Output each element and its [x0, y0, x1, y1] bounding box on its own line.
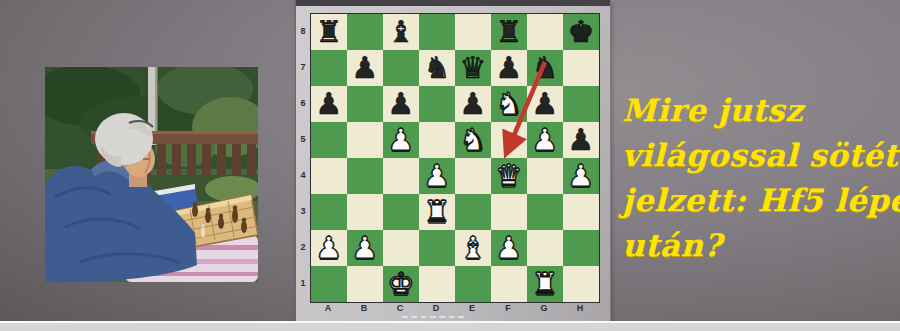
- square-c6: ♟: [383, 86, 419, 122]
- file-labels: ABCDEFGH: [310, 303, 600, 313]
- square-a4: [311, 158, 347, 194]
- file-label: E: [454, 303, 490, 313]
- black-rook: ♜: [491, 14, 527, 50]
- square-e3: [455, 194, 491, 230]
- square-g7: ♞: [527, 50, 563, 86]
- square-d4: ♟: [419, 158, 455, 194]
- white-pawn: ♟: [491, 230, 527, 266]
- white-bishop: ♝: [455, 230, 491, 266]
- square-c4: [383, 158, 419, 194]
- black-pawn: ♟: [311, 86, 347, 122]
- white-pawn: ♟: [563, 158, 599, 194]
- square-d2: [419, 230, 455, 266]
- rank-label: 6: [297, 85, 309, 121]
- square-f8: ♜: [491, 14, 527, 50]
- square-e8: [455, 14, 491, 50]
- rank-label: 7: [297, 49, 309, 85]
- black-pawn: ♟: [347, 50, 383, 86]
- file-label: B: [346, 303, 382, 313]
- black-pawn: ♟: [383, 86, 419, 122]
- black-knight: ♞: [527, 50, 563, 86]
- square-d1: [419, 266, 455, 302]
- square-b8: [347, 14, 383, 50]
- bottom-strip: [0, 321, 900, 331]
- square-e1: [455, 266, 491, 302]
- white-pawn: ♟: [347, 230, 383, 266]
- square-b6: [347, 86, 383, 122]
- square-c2: [383, 230, 419, 266]
- square-g3: [527, 194, 563, 230]
- square-a6: ♟: [311, 86, 347, 122]
- white-pawn: ♟: [527, 122, 563, 158]
- square-c7: [383, 50, 419, 86]
- square-b3: [347, 194, 383, 230]
- question-line: világossal sötét: [622, 133, 897, 178]
- black-rook: ♜: [311, 14, 347, 50]
- square-h4: ♟: [563, 158, 599, 194]
- white-rook: ♜: [527, 266, 563, 302]
- question-line: jelzett: Hf5 lépése: [622, 178, 897, 223]
- square-d3: ♜: [419, 194, 455, 230]
- square-h7: [563, 50, 599, 86]
- photo-chess-player: [45, 67, 258, 282]
- question-line: Mire jutsz: [622, 88, 897, 133]
- black-queen: ♛: [455, 50, 491, 86]
- file-label: D: [418, 303, 454, 313]
- square-a7: [311, 50, 347, 86]
- square-d8: [419, 14, 455, 50]
- square-g6: ♟: [527, 86, 563, 122]
- square-c3: [383, 194, 419, 230]
- square-d6: [419, 86, 455, 122]
- photo-scene: [45, 67, 258, 282]
- square-e7: ♛: [455, 50, 491, 86]
- rank-label: 2: [297, 229, 309, 265]
- square-g1: ♜: [527, 266, 563, 302]
- square-e5: ♞: [455, 122, 491, 158]
- square-h2: [563, 230, 599, 266]
- black-pawn: ♟: [563, 122, 599, 158]
- rank-label: 4: [297, 157, 309, 193]
- black-king: ♚: [563, 14, 599, 50]
- square-d5: [419, 122, 455, 158]
- black-pawn: ♟: [455, 86, 491, 122]
- rank-labels: 87654321: [297, 13, 309, 301]
- square-b1: [347, 266, 383, 302]
- square-f5: [491, 122, 527, 158]
- square-f3: [491, 194, 527, 230]
- square-g4: [527, 158, 563, 194]
- black-knight: ♞: [419, 50, 455, 86]
- square-e6: ♟: [455, 86, 491, 122]
- rank-label: 5: [297, 121, 309, 157]
- black-pawn: ♟: [527, 86, 563, 122]
- square-a2: ♟: [311, 230, 347, 266]
- rank-label: 8: [297, 13, 309, 49]
- white-king: ♚: [383, 266, 419, 302]
- chess-board: 87654321 ♜♝♜♚♟♞♛♟♞♟♟♟♞♟♟♞♟♟♟♛♟♜♟♟♝♟♚♜ AB…: [295, 0, 611, 322]
- square-h5: ♟: [563, 122, 599, 158]
- square-b2: ♟: [347, 230, 383, 266]
- square-e2: ♝: [455, 230, 491, 266]
- square-f1: [491, 266, 527, 302]
- rank-label: 1: [297, 265, 309, 301]
- square-h6: [563, 86, 599, 122]
- square-g2: [527, 230, 563, 266]
- square-c8: ♝: [383, 14, 419, 50]
- file-label: A: [310, 303, 346, 313]
- square-b7: ♟: [347, 50, 383, 86]
- white-pawn: ♟: [311, 230, 347, 266]
- file-label: C: [382, 303, 418, 313]
- question-text: Mire jutsz világossal sötét jelzett: Hf5…: [622, 88, 897, 268]
- board-frame: ♜♝♜♚♟♞♛♟♞♟♟♟♞♟♟♞♟♟♟♛♟♜♟♟♝♟♚♜: [310, 13, 600, 303]
- square-h1: [563, 266, 599, 302]
- square-a5: [311, 122, 347, 158]
- slide: 87654321 ♜♝♜♚♟♞♛♟♞♟♟♟♞♟♟♞♟♟♟♛♟♜♟♟♝♟♚♜ AB…: [0, 0, 900, 331]
- square-a3: [311, 194, 347, 230]
- square-c1: ♚: [383, 266, 419, 302]
- square-f4: ♛: [491, 158, 527, 194]
- square-b5: [347, 122, 383, 158]
- rank-label: 3: [297, 193, 309, 229]
- white-pawn: ♟: [383, 122, 419, 158]
- black-pawn: ♟: [491, 50, 527, 86]
- square-d7: ♞: [419, 50, 455, 86]
- square-g8: [527, 14, 563, 50]
- square-f7: ♟: [491, 50, 527, 86]
- file-label: F: [490, 303, 526, 313]
- square-b4: [347, 158, 383, 194]
- file-label: H: [562, 303, 598, 313]
- white-rook: ♜: [419, 194, 455, 230]
- square-a1: [311, 266, 347, 302]
- square-c5: ♟: [383, 122, 419, 158]
- white-pawn: ♟: [419, 158, 455, 194]
- white-knight: ♞: [491, 86, 527, 122]
- square-e4: [455, 158, 491, 194]
- square-f6: ♞: [491, 86, 527, 122]
- white-queen: ♛: [491, 158, 527, 194]
- square-g5: ♟: [527, 122, 563, 158]
- selection-dashes: [402, 316, 464, 318]
- black-bishop: ♝: [383, 14, 419, 50]
- square-f2: ♟: [491, 230, 527, 266]
- file-label: G: [526, 303, 562, 313]
- board-top-edge: [296, 0, 610, 6]
- white-knight: ♞: [455, 122, 491, 158]
- board-squares: ♜♝♜♚♟♞♛♟♞♟♟♟♞♟♟♞♟♟♟♛♟♜♟♟♝♟♚♜: [311, 14, 599, 302]
- square-h8: ♚: [563, 14, 599, 50]
- square-h3: [563, 194, 599, 230]
- question-line: után?: [622, 223, 897, 268]
- square-a8: ♜: [311, 14, 347, 50]
